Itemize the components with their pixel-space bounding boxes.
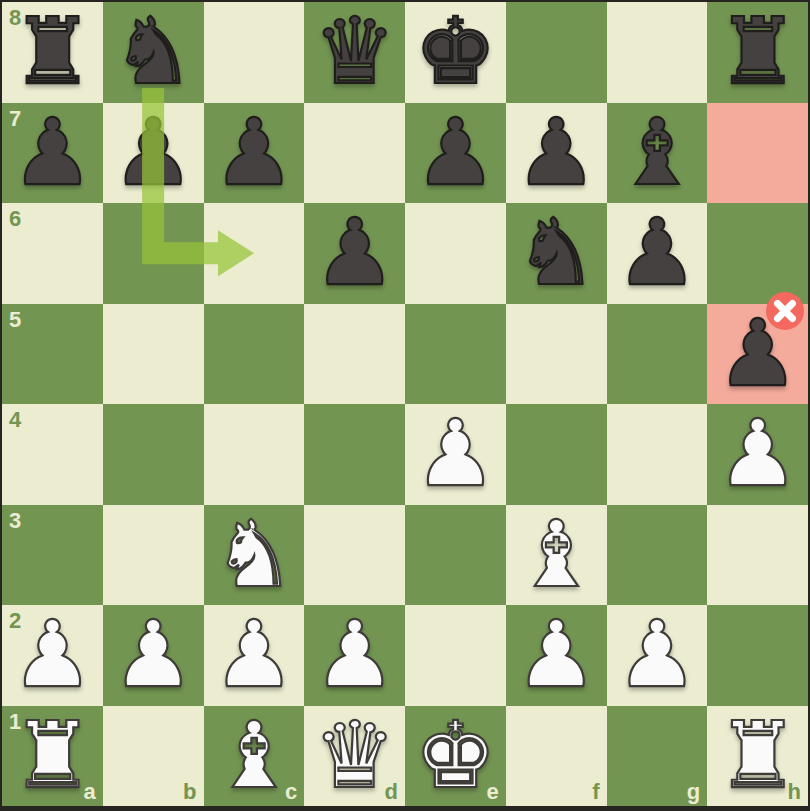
- square-g8[interactable]: [607, 2, 708, 103]
- piece-black-rook[interactable]: ♜: [11, 6, 93, 98]
- piece-black-pawn[interactable]: ♟: [313, 207, 395, 299]
- piece-white-pawn[interactable]: ♟: [414, 408, 496, 500]
- square-c6[interactable]: [204, 203, 305, 304]
- square-c1[interactable]: ♝c: [204, 706, 305, 807]
- square-f1[interactable]: f: [506, 706, 607, 807]
- piece-white-pawn[interactable]: ♟: [313, 609, 395, 701]
- piece-black-knight[interactable]: ♞: [112, 6, 194, 98]
- coord-file-c: c: [285, 781, 297, 803]
- coord-file-a: a: [84, 781, 96, 803]
- square-d1[interactable]: ♛d: [304, 706, 405, 807]
- square-f2[interactable]: ♟: [506, 605, 607, 706]
- piece-white-bishop[interactable]: ♝: [515, 509, 597, 601]
- piece-black-rook[interactable]: ♜: [716, 6, 798, 98]
- square-h8[interactable]: ♜: [707, 2, 808, 103]
- square-d8[interactable]: ♛: [304, 2, 405, 103]
- piece-white-pawn[interactable]: ♟: [616, 609, 698, 701]
- piece-black-king[interactable]: ♚: [414, 6, 496, 98]
- square-g6[interactable]: ♟: [607, 203, 708, 304]
- square-d7[interactable]: [304, 103, 405, 204]
- coord-rank-8: 8: [9, 7, 21, 29]
- piece-black-pawn[interactable]: ♟: [616, 207, 698, 299]
- piece-white-knight[interactable]: ♞: [213, 509, 295, 601]
- square-f5[interactable]: [506, 304, 607, 405]
- square-h1[interactable]: ♜h: [707, 706, 808, 807]
- piece-white-bishop[interactable]: ♝: [213, 710, 295, 802]
- chess-board: ♜8♞♛♚♜♟7♟♟♟♟♝6♟♞♟5♟4♟♟3♞♝♟2♟♟♟♟♟♜1ab♝c♛d…: [2, 2, 808, 806]
- square-b2[interactable]: ♟: [103, 605, 204, 706]
- coord-file-e: e: [487, 781, 499, 803]
- coord-rank-5: 5: [9, 309, 21, 331]
- piece-white-pawn[interactable]: ♟: [515, 609, 597, 701]
- square-g1[interactable]: g: [607, 706, 708, 807]
- square-g4[interactable]: [607, 404, 708, 505]
- coord-rank-1: 1: [9, 711, 21, 733]
- coord-rank-2: 2: [9, 610, 21, 632]
- square-h4[interactable]: ♟: [707, 404, 808, 505]
- square-h6[interactable]: [707, 203, 808, 304]
- square-e4[interactable]: ♟: [405, 404, 506, 505]
- square-d3[interactable]: [304, 505, 405, 606]
- coord-file-f: f: [592, 781, 599, 803]
- piece-white-pawn[interactable]: ♟: [213, 609, 295, 701]
- square-e6[interactable]: [405, 203, 506, 304]
- square-d2[interactable]: ♟: [304, 605, 405, 706]
- piece-white-queen[interactable]: ♛: [313, 710, 395, 802]
- piece-black-pawn[interactable]: ♟: [716, 308, 798, 400]
- piece-black-knight[interactable]: ♞: [515, 207, 597, 299]
- square-f3[interactable]: ♝: [506, 505, 607, 606]
- piece-black-queen[interactable]: ♛: [313, 6, 395, 98]
- piece-white-pawn[interactable]: ♟: [716, 408, 798, 500]
- square-c8[interactable]: [204, 2, 305, 103]
- piece-black-pawn[interactable]: ♟: [112, 107, 194, 199]
- piece-white-rook[interactable]: ♜: [11, 710, 93, 802]
- square-a3[interactable]: 3: [2, 505, 103, 606]
- coord-rank-7: 7: [9, 108, 21, 130]
- piece-black-bishop[interactable]: ♝: [616, 107, 698, 199]
- square-h3[interactable]: [707, 505, 808, 606]
- coord-file-d: d: [385, 781, 398, 803]
- square-e5[interactable]: [405, 304, 506, 405]
- coord-rank-6: 6: [9, 208, 21, 230]
- square-b7[interactable]: ♟: [103, 103, 204, 204]
- square-h7[interactable]: [707, 103, 808, 204]
- square-c5[interactable]: [204, 304, 305, 405]
- square-b8[interactable]: ♞: [103, 2, 204, 103]
- square-a4[interactable]: 4: [2, 404, 103, 505]
- square-g2[interactable]: ♟: [607, 605, 708, 706]
- square-d5[interactable]: [304, 304, 405, 405]
- coord-file-g: g: [687, 781, 700, 803]
- piece-white-pawn[interactable]: ♟: [112, 609, 194, 701]
- square-h5[interactable]: ♟: [707, 304, 808, 405]
- square-a1[interactable]: ♜1a: [2, 706, 103, 807]
- piece-black-pawn[interactable]: ♟: [213, 107, 295, 199]
- piece-white-pawn[interactable]: ♟: [11, 609, 93, 701]
- square-b4[interactable]: [103, 404, 204, 505]
- board-frame: ♜8♞♛♚♜♟7♟♟♟♟♝6♟♞♟5♟4♟♟3♞♝♟2♟♟♟♟♟♜1ab♝c♛d…: [0, 0, 810, 811]
- square-a7[interactable]: ♟7: [2, 103, 103, 204]
- square-f7[interactable]: ♟: [506, 103, 607, 204]
- square-e3[interactable]: [405, 505, 506, 606]
- piece-white-rook[interactable]: ♜: [716, 710, 798, 802]
- piece-black-pawn[interactable]: ♟: [11, 107, 93, 199]
- coord-rank-3: 3: [9, 510, 21, 532]
- square-d4[interactable]: [304, 404, 405, 505]
- square-f4[interactable]: [506, 404, 607, 505]
- square-d6[interactable]: ♟: [304, 203, 405, 304]
- square-e8[interactable]: ♚: [405, 2, 506, 103]
- coord-file-b: b: [183, 781, 196, 803]
- square-b3[interactable]: [103, 505, 204, 606]
- square-b6[interactable]: [103, 203, 204, 304]
- coord-rank-4: 4: [9, 409, 21, 431]
- square-a8[interactable]: ♜8: [2, 2, 103, 103]
- square-a5[interactable]: 5: [2, 304, 103, 405]
- coord-file-h: h: [788, 781, 801, 803]
- square-f6[interactable]: ♞: [506, 203, 607, 304]
- square-c2[interactable]: ♟: [204, 605, 305, 706]
- square-b1[interactable]: b: [103, 706, 204, 807]
- square-b5[interactable]: [103, 304, 204, 405]
- square-g5[interactable]: [607, 304, 708, 405]
- square-e7[interactable]: ♟: [405, 103, 506, 204]
- square-c3[interactable]: ♞: [204, 505, 305, 606]
- square-a6[interactable]: 6: [2, 203, 103, 304]
- piece-black-pawn[interactable]: ♟: [515, 107, 597, 199]
- piece-white-king[interactable]: ♚: [414, 710, 496, 802]
- square-f8[interactable]: [506, 2, 607, 103]
- square-e2[interactable]: [405, 605, 506, 706]
- square-h2[interactable]: [707, 605, 808, 706]
- square-g3[interactable]: [607, 505, 708, 606]
- piece-black-pawn[interactable]: ♟: [414, 107, 496, 199]
- square-e1[interactable]: ♚e: [405, 706, 506, 807]
- square-c4[interactable]: [204, 404, 305, 505]
- square-a2[interactable]: ♟2: [2, 605, 103, 706]
- square-g7[interactable]: ♝: [607, 103, 708, 204]
- square-c7[interactable]: ♟: [204, 103, 305, 204]
